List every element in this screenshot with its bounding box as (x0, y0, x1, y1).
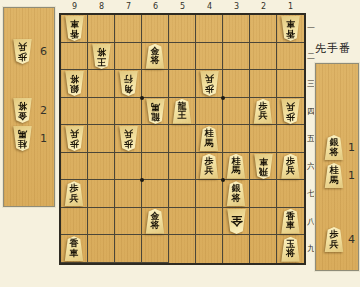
gote-piece-face: 歩兵 (64, 126, 85, 151)
board-cell-7七[interactable] (115, 180, 142, 208)
piece-sente-pawn[interactable]: 歩兵 (280, 154, 301, 179)
file-label: 4 (196, 0, 223, 13)
star-point (140, 178, 144, 182)
board-cell-4三[interactable]: 歩兵 (196, 70, 223, 98)
board-cell-7六[interactable] (115, 153, 142, 181)
star-point (140, 96, 144, 100)
board-cell-5八[interactable] (169, 208, 196, 236)
gote-piece-face: 歩兵 (118, 126, 139, 151)
piece-gote-king[interactable]: 王将 (91, 44, 112, 69)
piece-gote-gold[interactable]: 金将 (12, 98, 33, 123)
board-cell-5三[interactable] (169, 70, 196, 98)
file-labels: 987654321 (61, 0, 304, 13)
piece-gote-lance[interactable]: 香車 (64, 16, 85, 41)
board-cell-5二[interactable] (169, 43, 196, 71)
board-cell-8二[interactable]: 王将 (88, 43, 115, 71)
piece-sente-knight[interactable]: 桂馬 (199, 126, 220, 151)
file-label: 7 (115, 0, 142, 13)
sente-piece-face: 歩兵 (199, 154, 220, 179)
piece-kanji: 将 (70, 74, 79, 84)
piece-kanji: 香 (286, 29, 295, 39)
board-cell-2五[interactable] (250, 125, 277, 153)
hand-count: 6 (40, 45, 47, 58)
file-label: 8 (88, 0, 115, 13)
board-cell-9四[interactable] (61, 98, 88, 126)
piece-kanji: 馬 (205, 139, 214, 149)
board-cell-9八[interactable] (61, 208, 88, 236)
sente-piece-face: 金将 (145, 209, 166, 234)
piece-kanji: 兵 (70, 129, 79, 139)
gote-piece-face: 銀将 (64, 71, 85, 96)
star-point (221, 178, 225, 182)
board-cell-6三[interactable] (142, 70, 169, 98)
piece-kanji: 車 (70, 249, 79, 259)
board-cell-2一[interactable] (250, 15, 277, 43)
board-cell-8七[interactable] (88, 180, 115, 208)
piece-gote-pawn[interactable]: 歩兵 (64, 126, 85, 151)
board-cell-4四[interactable] (196, 98, 223, 126)
hand-entry-sente-silver[interactable]: 銀将1 (321, 135, 360, 161)
sente-piece-face: 歩兵 (64, 181, 85, 206)
piece-kanji: 王 (178, 111, 187, 121)
file-label: 6 (142, 0, 169, 13)
gote-piece-face: 角行 (118, 71, 139, 96)
board-cell-3八[interactable]: 全 (223, 208, 250, 236)
piece-kanji: 車 (286, 19, 295, 29)
board-cell-3四[interactable] (223, 98, 250, 126)
piece-kanji: 香 (70, 29, 79, 39)
piece-sente-silver[interactable]: 銀将 (226, 181, 247, 206)
piece-kanji: 将 (330, 148, 339, 158)
piece-kanji: 行 (124, 74, 133, 84)
board-cell-1七[interactable] (277, 180, 304, 208)
board-cell-6二[interactable]: 金将 (142, 43, 169, 71)
piece-kanji: 銀 (70, 84, 79, 94)
sente-piece-face: 香車 (280, 209, 301, 234)
piece-kanji: 車 (70, 19, 79, 29)
piece-sente-promoted-rook[interactable]: 龍王 (172, 99, 193, 124)
turn-indicator: 先手番 (315, 41, 357, 56)
board-frame: 香車香車王将金将銀将角行歩兵龍馬龍王歩兵歩兵歩兵歩兵桂馬歩兵桂馬飛車歩兵歩兵銀将… (59, 13, 306, 265)
piece-kanji: 馬 (151, 102, 160, 112)
piece-sente-pawn[interactable]: 歩兵 (64, 181, 85, 206)
piece-gote-bishop[interactable]: 角行 (118, 71, 139, 96)
piece-sente-gold[interactable]: 金将 (145, 209, 166, 234)
piece-gote-pawn[interactable]: 歩兵 (118, 126, 139, 151)
board-cell-3六[interactable]: 桂馬 (223, 153, 250, 181)
board-cell-9九[interactable]: 香車 (61, 235, 88, 263)
board-cell-1九[interactable]: 玉将 (277, 235, 304, 263)
gote-piece-face: 香車 (280, 16, 301, 41)
board-cell-5一[interactable] (169, 15, 196, 43)
board-cell-9七[interactable]: 歩兵 (61, 180, 88, 208)
gote-piece-face: 歩兵 (280, 99, 301, 124)
board-cell-6八[interactable]: 金将 (142, 208, 169, 236)
gote-piece-face: 桂馬 (12, 126, 33, 151)
piece-kanji: 馬 (18, 129, 27, 139)
file-label: 5 (169, 0, 196, 13)
board-cell-2八[interactable] (250, 208, 277, 236)
shogi-app: { "game": "shogi", "position": { "sfen":… (0, 0, 360, 287)
piece-kanji: 将 (151, 221, 160, 231)
file-label: 9 (61, 0, 88, 13)
board-cell-6一[interactable] (142, 15, 169, 43)
piece-sente-knight[interactable]: 桂馬 (226, 154, 247, 179)
piece-kanji: 兵 (286, 166, 295, 176)
board-cell-7八[interactable] (115, 208, 142, 236)
sente-piece-face: 桂馬 (324, 163, 345, 188)
gote-piece-face: 香車 (64, 16, 85, 41)
piece-kanji: 将 (232, 194, 241, 204)
sente-piece-face: 桂馬 (226, 154, 247, 179)
rank-label: 一 (306, 15, 316, 43)
board-cell-3一[interactable] (223, 15, 250, 43)
piece-sente-knight[interactable]: 桂馬 (324, 163, 345, 188)
board-cell-8六[interactable] (88, 153, 115, 181)
hand-count: 1 (40, 132, 47, 145)
hand-entry-gote-knight[interactable]: 桂馬1 (9, 126, 59, 152)
hand-count: 4 (348, 233, 355, 246)
board-cell-9五[interactable]: 歩兵 (61, 125, 88, 153)
gote-piece-face: 全 (226, 209, 247, 234)
board-cell-7一[interactable] (115, 15, 142, 43)
sente-piece-face: 香車 (64, 236, 85, 261)
piece-kanji: 飛 (259, 166, 268, 176)
file-label: 1 (277, 0, 304, 13)
board-cell-1二[interactable] (277, 43, 304, 71)
board-cell-5五[interactable] (169, 125, 196, 153)
board-cell-8四[interactable] (88, 98, 115, 126)
piece-kanji: 龍 (151, 111, 160, 121)
piece-kanji: 角 (124, 84, 133, 94)
board-cell-3二[interactable] (223, 43, 250, 71)
board-cell-1三[interactable] (277, 70, 304, 98)
piece-kanji: 車 (259, 157, 268, 167)
sente-piece-face: 銀将 (226, 181, 247, 206)
piece-sente-pawn[interactable]: 歩兵 (253, 99, 274, 124)
board-cell-4九[interactable] (196, 235, 223, 263)
sente-piece-face: 玉将 (280, 237, 301, 262)
hand-entry-sente-knight[interactable]: 桂馬1 (321, 163, 360, 189)
piece-kanji: 桂 (18, 139, 27, 149)
sente-piece-face: 金将 (145, 44, 166, 69)
sente-piece-face: 歩兵 (324, 227, 345, 252)
file-label: 3 (223, 0, 250, 13)
piece-kanji: 車 (286, 221, 295, 231)
board-cell-3七[interactable]: 銀将 (223, 180, 250, 208)
board-cell-4一[interactable] (196, 15, 223, 43)
piece-sente-lance[interactable]: 香車 (64, 236, 85, 261)
board-cell-8九[interactable] (88, 235, 115, 263)
sente-piece-face: 桂馬 (199, 126, 220, 151)
piece-kanji: 馬 (330, 176, 339, 186)
board-cell-4二[interactable] (196, 43, 223, 71)
piece-kanji: 将 (97, 47, 106, 57)
shogi-board: 香車香車王将金将銀将角行歩兵龍馬龍王歩兵歩兵歩兵歩兵桂馬歩兵桂馬飛車歩兵歩兵銀将… (61, 15, 304, 263)
piece-kanji: 歩 (124, 139, 133, 149)
piece-kanji: 兵 (259, 111, 268, 121)
board-cell-2二[interactable] (250, 43, 277, 71)
piece-kanji: 兵 (70, 194, 79, 204)
piece-kanji: 歩 (18, 52, 27, 62)
board-cell-4六[interactable]: 歩兵 (196, 153, 223, 181)
hand-entry-gote-pawn[interactable]: 歩兵6 (9, 39, 59, 65)
board-cell-9三[interactable]: 銀将 (61, 70, 88, 98)
piece-sente-silver[interactable]: 銀将 (324, 135, 345, 160)
board-cell-8五[interactable] (88, 125, 115, 153)
piece-sente-pawn[interactable]: 歩兵 (199, 154, 220, 179)
board-cell-6七[interactable] (142, 180, 169, 208)
board-cell-2四[interactable]: 歩兵 (250, 98, 277, 126)
piece-sente-lance[interactable]: 香車 (280, 209, 301, 234)
board-cell-2三[interactable] (250, 70, 277, 98)
sente-piece-face: 歩兵 (280, 154, 301, 179)
hand-count: 2 (40, 104, 47, 117)
gote-piece-face: 王将 (91, 44, 112, 69)
board-cell-6六[interactable] (142, 153, 169, 181)
board-cell-5九[interactable] (169, 235, 196, 263)
board-cell-8三[interactable] (88, 70, 115, 98)
sente-piece-face: 龍王 (172, 99, 193, 124)
board-cell-5四[interactable]: 龍王 (169, 98, 196, 126)
gote-hand-tray: 歩兵6金将2桂馬1 (3, 7, 55, 207)
hand-entry-gote-gold[interactable]: 金将2 (9, 98, 59, 124)
sente-piece-face: 歩兵 (253, 99, 274, 124)
board-cell-9一[interactable]: 香車 (61, 15, 88, 43)
board-cell-4五[interactable]: 桂馬 (196, 125, 223, 153)
piece-kanji: 兵 (286, 102, 295, 112)
piece-gote-rook[interactable]: 飛車 (253, 154, 274, 179)
board-cell-7二[interactable] (115, 43, 142, 71)
board-cell-1五[interactable] (277, 125, 304, 153)
star-point (221, 96, 225, 100)
piece-kanji: 兵 (18, 42, 27, 52)
piece-kanji: 全 (230, 214, 242, 228)
board-cell-8一[interactable] (88, 15, 115, 43)
piece-kanji: 王 (97, 56, 106, 66)
piece-kanji: 兵 (205, 74, 214, 84)
board-cell-5六[interactable] (169, 153, 196, 181)
piece-gote-promoted-bishop[interactable]: 龍馬 (145, 99, 166, 124)
gote-piece-face: 龍馬 (145, 99, 166, 124)
piece-kanji: 将 (286, 249, 295, 259)
board-cell-6四[interactable]: 龍馬 (142, 98, 169, 126)
board-cell-6五[interactable] (142, 125, 169, 153)
piece-gote-promoted-silver[interactable]: 全 (226, 209, 247, 234)
board-cell-1一[interactable]: 香車 (277, 15, 304, 43)
sente-piece-face: 銀将 (324, 135, 345, 160)
piece-kanji: 金 (18, 111, 27, 121)
gote-piece-face: 金将 (12, 98, 33, 123)
piece-kanji: 将 (18, 101, 27, 111)
board-cell-3三[interactable] (223, 70, 250, 98)
board-cell-7三[interactable]: 角行 (115, 70, 142, 98)
piece-kanji: 歩 (286, 111, 295, 121)
piece-sente-gold[interactable]: 金将 (145, 44, 166, 69)
piece-kanji: 馬 (232, 166, 241, 176)
board-cell-6九[interactable] (142, 235, 169, 263)
file-label: 2 (250, 0, 277, 13)
board-cell-9六[interactable] (61, 153, 88, 181)
piece-gote-pawn[interactable]: 歩兵 (199, 71, 220, 96)
gote-piece-face: 飛車 (253, 154, 274, 179)
piece-sente-pawn[interactable]: 歩兵 (324, 227, 345, 252)
hand-entry-sente-pawn[interactable]: 歩兵4 (321, 227, 360, 253)
board-cell-9二[interactable] (61, 43, 88, 71)
board-cell-8八[interactable] (88, 208, 115, 236)
piece-kanji: 歩 (70, 139, 79, 149)
piece-kanji: 兵 (124, 129, 133, 139)
piece-kanji: 兵 (205, 166, 214, 176)
piece-gote-silver[interactable]: 銀将 (64, 71, 85, 96)
board-cell-2九[interactable] (250, 235, 277, 263)
gote-piece-face: 歩兵 (199, 71, 220, 96)
gote-piece-face: 歩兵 (12, 39, 33, 64)
hand-count: 1 (348, 141, 355, 154)
board-cell-7四[interactable] (115, 98, 142, 126)
piece-sente-king[interactable]: 玉将 (280, 237, 301, 262)
board-cell-7五[interactable]: 歩兵 (115, 125, 142, 153)
piece-gote-pawn[interactable]: 歩兵 (280, 99, 301, 124)
board-cell-2六[interactable]: 飛車 (250, 153, 277, 181)
piece-kanji: 兵 (330, 240, 339, 250)
piece-gote-pawn[interactable]: 歩兵 (12, 39, 33, 64)
board-cell-4七[interactable] (196, 180, 223, 208)
board-cell-4八[interactable] (196, 208, 223, 236)
board-cell-7九[interactable] (115, 235, 142, 263)
piece-gote-knight[interactable]: 桂馬 (12, 126, 33, 151)
board-cell-3五[interactable] (223, 125, 250, 153)
piece-kanji: 歩 (205, 84, 214, 94)
hand-count: 1 (348, 169, 355, 182)
piece-gote-lance[interactable]: 香車 (280, 16, 301, 41)
board-cell-1四[interactable]: 歩兵 (277, 98, 304, 126)
board-cell-1六[interactable]: 歩兵 (277, 153, 304, 181)
board-cell-2七[interactable] (250, 180, 277, 208)
piece-kanji: 将 (151, 56, 160, 66)
board-cell-1八[interactable]: 香車 (277, 208, 304, 236)
board-cell-5七[interactable] (169, 180, 196, 208)
board-cell-3九[interactable] (223, 235, 250, 263)
sente-hand-tray: 銀将1桂馬1歩兵4 (315, 63, 359, 271)
